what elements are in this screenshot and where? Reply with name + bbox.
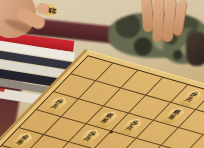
holding-hand-fingertip <box>36 4 49 14</box>
player-boot <box>186 32 204 66</box>
paper-red-mark <box>0 88 5 92</box>
photo-scene: 歩 兵銀 将歩 兵銀 将歩 兵歩 兵金 将 桂 馬 <box>0 0 204 148</box>
